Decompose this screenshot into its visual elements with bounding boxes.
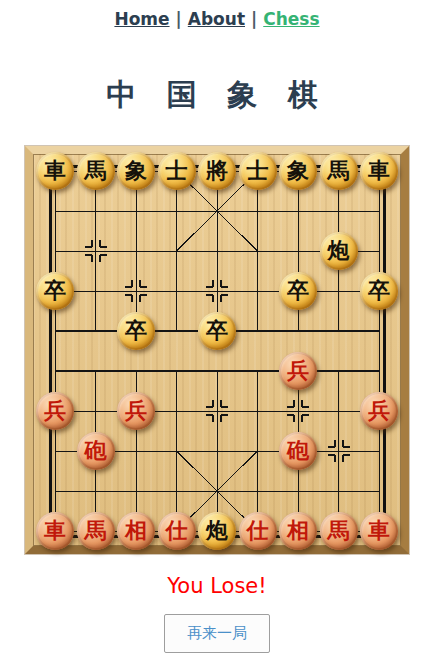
xiangqi-board[interactable]: 車馬象士將士象馬車炮卒卒卒卒卒兵兵兵兵砲砲車馬相仕炮仕相馬車 bbox=[25, 146, 409, 554]
piece-black-士-r0c3[interactable]: 士 bbox=[158, 152, 196, 190]
piece-red-相-r9c2[interactable]: 相 bbox=[117, 512, 155, 550]
piece-red-馬-r9c7[interactable]: 馬 bbox=[320, 512, 358, 550]
piece-black-車-r0c0[interactable]: 車 bbox=[36, 152, 74, 190]
piece-black-將-r0c4[interactable]: 將 bbox=[198, 152, 236, 190]
top-nav: Home|About|Chess bbox=[0, 0, 434, 29]
play-again-button[interactable]: 再来一局 bbox=[164, 614, 270, 653]
piece-black-卒-r3c8[interactable]: 卒 bbox=[360, 272, 398, 310]
piece-red-車-r9c0[interactable]: 車 bbox=[36, 512, 74, 550]
piece-red-砲-r7c6[interactable]: 砲 bbox=[279, 432, 317, 470]
piece-red-仕-r9c3[interactable]: 仕 bbox=[158, 512, 196, 550]
board-grid bbox=[33, 154, 401, 546]
piece-red-相-r9c6[interactable]: 相 bbox=[279, 512, 317, 550]
nav-link-about[interactable]: About bbox=[188, 9, 245, 29]
nav-link-chess[interactable]: Chess bbox=[263, 9, 319, 29]
piece-black-卒-r4c4[interactable]: 卒 bbox=[198, 312, 236, 350]
piece-black-卒-r3c0[interactable]: 卒 bbox=[36, 272, 74, 310]
piece-black-卒-r3c6[interactable]: 卒 bbox=[279, 272, 317, 310]
piece-black-卒-r4c2[interactable]: 卒 bbox=[117, 312, 155, 350]
piece-black-炮-r2c7[interactable]: 炮 bbox=[320, 232, 358, 270]
piece-black-象-r0c2[interactable]: 象 bbox=[117, 152, 155, 190]
piece-black-士-r0c5[interactable]: 士 bbox=[239, 152, 277, 190]
piece-red-兵-r6c2[interactable]: 兵 bbox=[117, 392, 155, 430]
button-row: 再来一局 bbox=[0, 614, 434, 653]
page-title: 中 国 象 棋 bbox=[0, 75, 434, 116]
piece-red-車-r9c8[interactable]: 車 bbox=[360, 512, 398, 550]
piece-red-兵-r6c8[interactable]: 兵 bbox=[360, 392, 398, 430]
piece-red-兵-r6c0[interactable]: 兵 bbox=[36, 392, 74, 430]
piece-black-車-r0c8[interactable]: 車 bbox=[360, 152, 398, 190]
nav-separator: | bbox=[245, 9, 263, 29]
piece-red-兵-r5c6[interactable]: 兵 bbox=[279, 352, 317, 390]
piece-red-仕-r9c5[interactable]: 仕 bbox=[239, 512, 277, 550]
piece-black-馬-r0c1[interactable]: 馬 bbox=[77, 152, 115, 190]
game-result-message: You Lose! bbox=[0, 574, 434, 598]
piece-black-炮-r9c4[interactable]: 炮 bbox=[198, 512, 236, 550]
nav-separator: | bbox=[170, 9, 188, 29]
piece-red-砲-r7c1[interactable]: 砲 bbox=[77, 432, 115, 470]
piece-black-象-r0c6[interactable]: 象 bbox=[279, 152, 317, 190]
nav-link-home[interactable]: Home bbox=[114, 9, 169, 29]
piece-black-馬-r0c7[interactable]: 馬 bbox=[320, 152, 358, 190]
piece-red-馬-r9c1[interactable]: 馬 bbox=[77, 512, 115, 550]
